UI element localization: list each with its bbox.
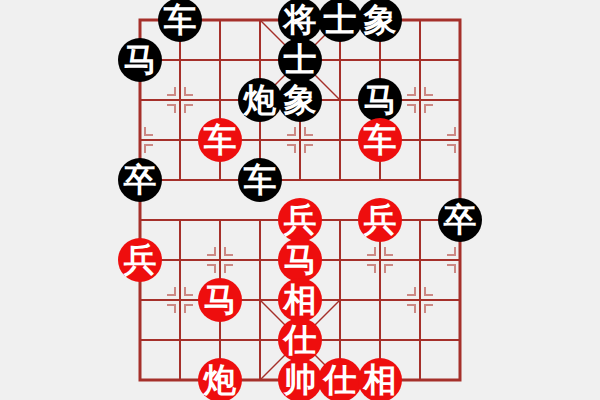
piece-red-horse[interactable]: 马 [198, 278, 242, 322]
piece-red-cannon[interactable]: 炮 [198, 358, 242, 400]
piece-red-horse[interactable]: 马 [278, 238, 322, 282]
piece-red-soldier[interactable]: 兵 [358, 198, 402, 242]
piece-red-elephant[interactable]: 相 [358, 358, 402, 400]
piece-red-advisor[interactable]: 仕 [318, 358, 362, 400]
piece-black-advisor[interactable]: 士 [278, 38, 322, 82]
piece-black-horse[interactable]: 马 [358, 78, 402, 122]
piece-black-cannon[interactable]: 炮 [238, 78, 282, 122]
piece-black-chariot[interactable]: 车 [158, 0, 202, 42]
piece-red-advisor[interactable]: 仕 [278, 318, 322, 362]
piece-red-general[interactable]: 帅 [278, 358, 322, 400]
piece-black-soldier[interactable]: 卒 [118, 158, 162, 202]
piece-black-chariot[interactable]: 车 [238, 158, 282, 202]
piece-grid: 车将士象马士炮象马车车卒车兵兵卒兵马马相仕炮帅仕相 [120, 0, 480, 400]
piece-red-soldier[interactable]: 兵 [278, 198, 322, 242]
piece-red-chariot[interactable]: 车 [198, 118, 242, 162]
piece-red-soldier[interactable]: 兵 [118, 238, 162, 282]
piece-black-advisor[interactable]: 士 [318, 0, 362, 42]
piece-black-elephant[interactable]: 象 [358, 0, 402, 42]
piece-red-elephant[interactable]: 相 [278, 278, 322, 322]
piece-black-soldier[interactable]: 卒 [438, 198, 482, 242]
piece-red-chariot[interactable]: 车 [358, 118, 402, 162]
piece-black-horse[interactable]: 马 [118, 38, 162, 82]
xiangqi-screen: 车将士象马士炮象马车车卒车兵兵卒兵马马相仕炮帅仕相 [0, 0, 600, 400]
piece-black-general[interactable]: 将 [278, 0, 322, 42]
piece-black-elephant[interactable]: 象 [278, 78, 322, 122]
